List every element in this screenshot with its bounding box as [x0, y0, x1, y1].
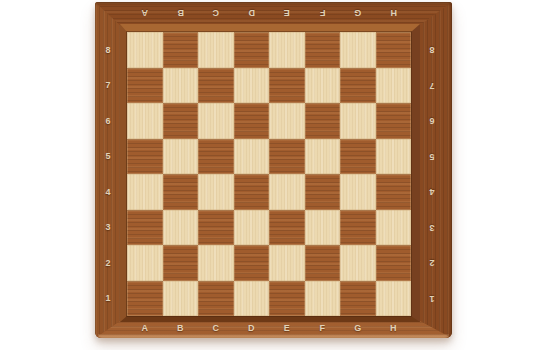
square-c7[interactable] — [198, 68, 234, 104]
square-f5[interactable] — [305, 139, 341, 175]
square-d2[interactable] — [234, 245, 270, 281]
square-h6[interactable] — [376, 103, 412, 139]
square-f3[interactable] — [305, 210, 341, 246]
square-h2[interactable] — [376, 245, 412, 281]
square-b5[interactable] — [163, 139, 199, 175]
square-d1[interactable] — [234, 281, 270, 317]
photo-canvas: ABCDEFGH ABCDEFGH 87654321 87654321 — [0, 0, 540, 350]
square-e4[interactable] — [269, 174, 305, 210]
square-a4[interactable] — [127, 174, 163, 210]
square-f7[interactable] — [305, 68, 341, 104]
square-a6[interactable] — [127, 103, 163, 139]
square-e6[interactable] — [269, 103, 305, 139]
square-a2[interactable] — [127, 245, 163, 281]
square-g8[interactable] — [340, 32, 376, 68]
square-b2[interactable] — [163, 245, 199, 281]
square-b4[interactable] — [163, 174, 199, 210]
square-h3[interactable] — [376, 210, 412, 246]
square-d7[interactable] — [234, 68, 270, 104]
square-e3[interactable] — [269, 210, 305, 246]
square-d3[interactable] — [234, 210, 270, 246]
square-c8[interactable] — [198, 32, 234, 68]
square-b8[interactable] — [163, 32, 199, 68]
square-e8[interactable] — [269, 32, 305, 68]
square-a3[interactable] — [127, 210, 163, 246]
square-h7[interactable] — [376, 68, 412, 104]
square-b1[interactable] — [163, 281, 199, 317]
square-a8[interactable] — [127, 32, 163, 68]
square-h8[interactable] — [376, 32, 412, 68]
square-g1[interactable] — [340, 281, 376, 317]
square-h1[interactable] — [376, 281, 412, 317]
square-g3[interactable] — [340, 210, 376, 246]
square-a7[interactable] — [127, 68, 163, 104]
square-g4[interactable] — [340, 174, 376, 210]
square-f8[interactable] — [305, 32, 341, 68]
square-f4[interactable] — [305, 174, 341, 210]
square-e2[interactable] — [269, 245, 305, 281]
square-h4[interactable] — [376, 174, 412, 210]
square-c2[interactable] — [198, 245, 234, 281]
square-b7[interactable] — [163, 68, 199, 104]
square-b6[interactable] — [163, 103, 199, 139]
chess-board: ABCDEFGH ABCDEFGH 87654321 87654321 — [95, 2, 452, 338]
square-c3[interactable] — [198, 210, 234, 246]
square-d6[interactable] — [234, 103, 270, 139]
square-d8[interactable] — [234, 32, 270, 68]
square-e5[interactable] — [269, 139, 305, 175]
square-d5[interactable] — [234, 139, 270, 175]
board-squares — [127, 32, 411, 316]
square-a5[interactable] — [127, 139, 163, 175]
square-b3[interactable] — [163, 210, 199, 246]
square-e7[interactable] — [269, 68, 305, 104]
square-g5[interactable] — [340, 139, 376, 175]
square-g6[interactable] — [340, 103, 376, 139]
square-h5[interactable] — [376, 139, 412, 175]
square-f1[interactable] — [305, 281, 341, 317]
square-c6[interactable] — [198, 103, 234, 139]
square-e1[interactable] — [269, 281, 305, 317]
square-c1[interactable] — [198, 281, 234, 317]
square-c4[interactable] — [198, 174, 234, 210]
square-d4[interactable] — [234, 174, 270, 210]
square-f6[interactable] — [305, 103, 341, 139]
square-f2[interactable] — [305, 245, 341, 281]
square-a1[interactable] — [127, 281, 163, 317]
square-g7[interactable] — [340, 68, 376, 104]
square-c5[interactable] — [198, 139, 234, 175]
square-g2[interactable] — [340, 245, 376, 281]
